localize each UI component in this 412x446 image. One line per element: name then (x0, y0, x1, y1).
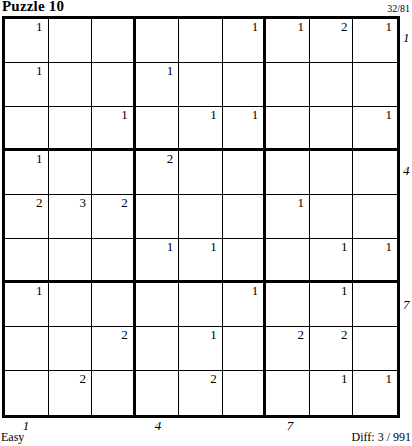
cell-r2c8[interactable] (310, 63, 354, 107)
cell-r2c6[interactable] (223, 63, 267, 107)
cell-r4c4[interactable]: 2 (136, 151, 180, 195)
cell-r8c5[interactable]: 1 (179, 327, 223, 371)
cell-r2c2[interactable] (49, 63, 93, 107)
cell-r9c5[interactable]: 2 (179, 371, 223, 415)
cell-clue: 2 (121, 328, 128, 341)
cell-r8c6[interactable] (223, 327, 267, 371)
cell-clue: 1 (210, 328, 217, 341)
cell-clue: 1 (386, 372, 393, 385)
cell-r9c9[interactable]: 1 (353, 371, 397, 415)
cell-clue: 1 (167, 64, 174, 77)
cell-clue: 1 (121, 108, 128, 121)
cell-r2c1[interactable]: 1 (5, 63, 49, 107)
cell-r3c1[interactable] (5, 107, 49, 151)
cell-r7c8[interactable]: 1 (310, 283, 354, 327)
row-label-4: 4 (403, 164, 410, 177)
cell-clue: 1 (341, 240, 348, 253)
cell-r6c3[interactable] (92, 239, 136, 283)
cell-clue: 2 (341, 328, 348, 341)
cell-r5c5[interactable] (179, 195, 223, 239)
cell-r7c4[interactable] (136, 283, 180, 327)
row-label-1: 1 (403, 31, 410, 44)
cell-r6c1[interactable] (5, 239, 49, 283)
puzzle-board: 11121111111122321111111121222211 (2, 16, 400, 418)
cell-r7c5[interactable] (179, 283, 223, 327)
cell-clue: 1 (210, 108, 217, 121)
cell-r8c4[interactable] (136, 327, 180, 371)
puzzle-title: Puzzle 10 (2, 0, 64, 15)
cell-clue: 1 (386, 240, 393, 253)
cell-r5c6[interactable] (223, 195, 267, 239)
cell-r6c4[interactable]: 1 (136, 239, 180, 283)
cell-r9c7[interactable] (266, 371, 310, 415)
cell-r6c9[interactable]: 1 (353, 239, 397, 283)
cell-clue: 1 (252, 20, 259, 33)
cell-r8c9[interactable] (353, 327, 397, 371)
cell-r9c8[interactable]: 1 (310, 371, 354, 415)
cell-clue: 2 (341, 20, 348, 33)
cell-r9c3[interactable] (92, 371, 136, 415)
cell-r2c4[interactable]: 1 (136, 63, 180, 107)
cell-r7c6[interactable]: 1 (223, 283, 267, 327)
cell-clue: 1 (36, 284, 43, 297)
cell-r4c8[interactable] (310, 151, 354, 195)
cell-r8c1[interactable] (5, 327, 49, 371)
cell-r8c3[interactable]: 2 (92, 327, 136, 371)
cell-clue: 1 (36, 64, 43, 77)
cell-r7c2[interactable] (49, 283, 93, 327)
cell-clue: 2 (297, 328, 304, 341)
cell-r9c1[interactable] (5, 371, 49, 415)
cell-r5c4[interactable] (136, 195, 180, 239)
cell-clue: 1 (341, 372, 348, 385)
row-label-7: 7 (403, 298, 410, 311)
cell-r1c6[interactable]: 1 (223, 19, 267, 63)
cell-r7c1[interactable]: 1 (5, 283, 49, 327)
cell-r4c1[interactable]: 1 (5, 151, 49, 195)
cell-r6c7[interactable] (266, 239, 310, 283)
difficulty-label: Easy (1, 430, 24, 445)
cell-r9c6[interactable] (223, 371, 267, 415)
cell-r3c3[interactable]: 1 (92, 107, 136, 151)
cell-r4c6[interactable] (223, 151, 267, 195)
cell-r5c8[interactable] (310, 195, 354, 239)
cell-r4c2[interactable] (49, 151, 93, 195)
cell-r5c3[interactable]: 2 (92, 195, 136, 239)
cell-r2c9[interactable] (353, 63, 397, 107)
cell-r2c3[interactable] (92, 63, 136, 107)
cell-clue: 1 (36, 152, 43, 165)
cell-clue: 1 (297, 20, 304, 33)
cell-r3c6[interactable]: 1 (223, 107, 267, 151)
cell-clue: 1 (210, 240, 217, 253)
cell-r7c3[interactable] (92, 283, 136, 327)
cell-r9c4[interactable] (136, 371, 180, 415)
cell-r5c2[interactable]: 3 (49, 195, 93, 239)
cell-r3c2[interactable] (49, 107, 93, 151)
cell-r3c7[interactable] (266, 107, 310, 151)
cell-r4c5[interactable] (179, 151, 223, 195)
cell-r1c3[interactable] (92, 19, 136, 63)
cell-r8c8[interactable]: 2 (310, 327, 354, 371)
cell-r1c1[interactable]: 1 (5, 19, 49, 63)
cell-r1c9[interactable]: 1 (353, 19, 397, 63)
cell-clue: 1 (386, 20, 393, 33)
cell-clue: 1 (167, 240, 174, 253)
cell-r5c9[interactable] (353, 195, 397, 239)
cell-clue: 2 (121, 196, 128, 209)
cell-r5c1[interactable]: 2 (5, 195, 49, 239)
cell-clue: 2 (167, 152, 174, 165)
cell-clue: 1 (252, 108, 259, 121)
cell-clue: 1 (36, 20, 43, 33)
cell-r2c7[interactable] (266, 63, 310, 107)
cell-clue: 2 (36, 196, 43, 209)
cell-r3c4[interactable] (136, 107, 180, 151)
cell-clue: 1 (341, 284, 348, 297)
col-label-4: 4 (155, 419, 162, 432)
cell-r6c6[interactable] (223, 239, 267, 283)
cell-r6c5[interactable]: 1 (179, 239, 223, 283)
cell-r1c4[interactable] (136, 19, 180, 63)
cell-r6c2[interactable] (49, 239, 93, 283)
cell-clue: 2 (80, 372, 87, 385)
cell-r4c7[interactable] (266, 151, 310, 195)
cell-r8c7[interactable]: 2 (266, 327, 310, 371)
col-label-7: 7 (287, 419, 294, 432)
cell-r7c9[interactable] (353, 283, 397, 327)
cell-r3c5[interactable]: 1 (179, 107, 223, 151)
cell-r4c9[interactable] (353, 151, 397, 195)
cell-r1c7[interactable]: 1 (266, 19, 310, 63)
cell-r1c5[interactable] (179, 19, 223, 63)
cell-r9c2[interactable]: 2 (49, 371, 93, 415)
cell-r3c8[interactable] (310, 107, 354, 151)
puzzle-page: Puzzle 10 32/81 111211111111223211111111… (0, 0, 412, 446)
cell-r3c9[interactable]: 1 (353, 107, 397, 151)
cell-clue: 1 (386, 108, 393, 121)
cell-clue: 3 (80, 196, 87, 209)
cell-r7c7[interactable] (266, 283, 310, 327)
cell-r2c5[interactable] (179, 63, 223, 107)
clue-counter: 32/81 (387, 3, 410, 14)
cell-r5c7[interactable]: 1 (266, 195, 310, 239)
cell-r1c8[interactable]: 2 (310, 19, 354, 63)
cell-r4c3[interactable] (92, 151, 136, 195)
cell-clue: 1 (252, 284, 259, 297)
cell-r6c8[interactable]: 1 (310, 239, 354, 283)
cell-clue: 1 (297, 196, 304, 209)
diff-rating: Diff: 3 / 991 (352, 430, 411, 445)
cell-r8c2[interactable] (49, 327, 93, 371)
cell-clue: 2 (210, 372, 217, 385)
cell-r1c2[interactable] (49, 19, 93, 63)
